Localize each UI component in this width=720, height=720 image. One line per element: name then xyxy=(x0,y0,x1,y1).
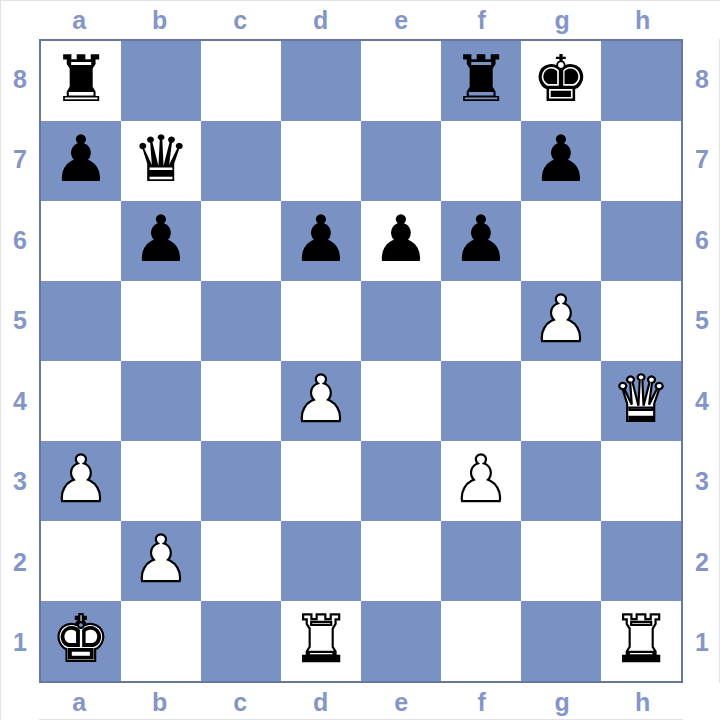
black-pawn: ♟ xyxy=(52,127,109,191)
file-label: c xyxy=(200,8,281,33)
white-pawn: ♟ xyxy=(132,527,189,591)
file-label: g xyxy=(522,690,603,715)
black-rook: ♜ xyxy=(452,47,509,111)
black-pawn: ♟ xyxy=(452,207,509,271)
square-b8[interactable] xyxy=(121,41,201,121)
square-e1[interactable] xyxy=(361,601,441,681)
corner-bottom-left xyxy=(1,683,39,720)
rank-label: 7 xyxy=(695,147,709,172)
file-label: h xyxy=(603,690,684,715)
file-label: e xyxy=(361,8,442,33)
square-d2[interactable] xyxy=(281,521,361,601)
file-label: g xyxy=(522,8,603,33)
square-g4[interactable] xyxy=(521,361,601,441)
square-b2[interactable]: ♟ xyxy=(121,521,201,601)
rank-labels-left: 87654321 xyxy=(1,39,39,683)
rank-label: 7 xyxy=(13,147,27,172)
file-labels-top: abcdefgh xyxy=(39,1,683,39)
square-e6[interactable]: ♟ xyxy=(361,201,441,281)
rank-label: 4 xyxy=(695,389,709,414)
rank-label: 8 xyxy=(695,67,709,92)
square-a1[interactable]: ♚ xyxy=(41,601,121,681)
rank-label: 3 xyxy=(13,469,27,494)
white-pawn: ♟ xyxy=(452,447,509,511)
black-queen: ♛ xyxy=(132,127,189,191)
square-f1[interactable] xyxy=(441,601,521,681)
corner-bottom-right xyxy=(683,683,720,720)
square-h5[interactable] xyxy=(601,281,681,361)
square-d5[interactable] xyxy=(281,281,361,361)
square-c3[interactable] xyxy=(201,441,281,521)
square-a2[interactable] xyxy=(41,521,121,601)
file-label: h xyxy=(603,8,684,33)
square-c5[interactable] xyxy=(201,281,281,361)
square-g3[interactable] xyxy=(521,441,601,521)
black-pawn: ♟ xyxy=(292,207,349,271)
square-d6[interactable]: ♟ xyxy=(281,201,361,281)
square-a6[interactable] xyxy=(41,201,121,281)
square-d4[interactable]: ♟ xyxy=(281,361,361,441)
square-f5[interactable] xyxy=(441,281,521,361)
square-f6[interactable]: ♟ xyxy=(441,201,521,281)
square-e3[interactable] xyxy=(361,441,441,521)
square-b1[interactable] xyxy=(121,601,201,681)
square-h2[interactable] xyxy=(601,521,681,601)
rank-labels-right: 87654321 xyxy=(683,39,720,683)
file-labels-bottom: abcdefgh xyxy=(39,683,683,720)
square-b3[interactable] xyxy=(121,441,201,521)
square-c1[interactable] xyxy=(201,601,281,681)
square-c4[interactable] xyxy=(201,361,281,441)
square-a5[interactable] xyxy=(41,281,121,361)
corner-top-left xyxy=(1,1,39,39)
square-e2[interactable] xyxy=(361,521,441,601)
square-a4[interactable] xyxy=(41,361,121,441)
square-d3[interactable] xyxy=(281,441,361,521)
file-label: f xyxy=(442,8,523,33)
file-label: b xyxy=(120,8,201,33)
chess-diagram: abcdefgh 87654321 ♜♜♚♟♛♟♟♟♟♟♟♟♛♟♟♟♚♜♜ 87… xyxy=(0,0,720,720)
square-d7[interactable] xyxy=(281,121,361,201)
square-h3[interactable] xyxy=(601,441,681,521)
black-king: ♚ xyxy=(532,47,589,111)
black-pawn: ♟ xyxy=(532,127,589,191)
square-c6[interactable] xyxy=(201,201,281,281)
square-h1[interactable]: ♜ xyxy=(601,601,681,681)
black-rook: ♜ xyxy=(52,47,109,111)
rank-label: 3 xyxy=(695,469,709,494)
file-label: c xyxy=(200,690,281,715)
square-a3[interactable]: ♟ xyxy=(41,441,121,521)
rank-label: 6 xyxy=(695,228,709,253)
square-h4[interactable]: ♛ xyxy=(601,361,681,441)
chess-board: ♜♜♚♟♛♟♟♟♟♟♟♟♛♟♟♟♚♜♜ xyxy=(39,39,683,683)
black-pawn: ♟ xyxy=(132,207,189,271)
file-label: a xyxy=(39,8,120,33)
file-label: d xyxy=(281,690,362,715)
file-label: a xyxy=(39,690,120,715)
white-rook: ♜ xyxy=(612,607,669,671)
square-f4[interactable] xyxy=(441,361,521,441)
white-queen: ♛ xyxy=(612,367,669,431)
square-h8[interactable] xyxy=(601,41,681,121)
rank-label: 2 xyxy=(13,550,27,575)
square-c8[interactable] xyxy=(201,41,281,121)
rank-label: 5 xyxy=(13,308,27,333)
square-g2[interactable] xyxy=(521,521,601,601)
white-pawn: ♟ xyxy=(292,367,349,431)
white-pawn: ♟ xyxy=(52,447,109,511)
white-king: ♚ xyxy=(52,607,109,671)
rank-label: 1 xyxy=(695,630,709,655)
square-g1[interactable] xyxy=(521,601,601,681)
file-label: f xyxy=(442,690,523,715)
square-g7[interactable]: ♟ xyxy=(521,121,601,201)
rank-label: 6 xyxy=(13,228,27,253)
rank-label: 5 xyxy=(695,308,709,333)
square-a7[interactable]: ♟ xyxy=(41,121,121,201)
file-label: b xyxy=(120,690,201,715)
square-d8[interactable] xyxy=(281,41,361,121)
file-label: d xyxy=(281,8,362,33)
black-pawn: ♟ xyxy=(372,207,429,271)
white-rook: ♜ xyxy=(292,607,349,671)
square-h7[interactable] xyxy=(601,121,681,201)
file-label: e xyxy=(361,690,442,715)
square-c2[interactable] xyxy=(201,521,281,601)
square-g5[interactable]: ♟ xyxy=(521,281,601,361)
white-pawn: ♟ xyxy=(532,287,589,351)
square-g8[interactable]: ♚ xyxy=(521,41,601,121)
square-c7[interactable] xyxy=(201,121,281,201)
square-f8[interactable]: ♜ xyxy=(441,41,521,121)
square-h6[interactable] xyxy=(601,201,681,281)
square-f2[interactable] xyxy=(441,521,521,601)
square-e5[interactable] xyxy=(361,281,441,361)
rank-label: 8 xyxy=(13,67,27,92)
square-b7[interactable]: ♛ xyxy=(121,121,201,201)
square-b5[interactable] xyxy=(121,281,201,361)
square-e7[interactable] xyxy=(361,121,441,201)
square-f3[interactable]: ♟ xyxy=(441,441,521,521)
square-b6[interactable]: ♟ xyxy=(121,201,201,281)
square-d1[interactable]: ♜ xyxy=(281,601,361,681)
square-e4[interactable] xyxy=(361,361,441,441)
square-a8[interactable]: ♜ xyxy=(41,41,121,121)
rank-label: 1 xyxy=(13,630,27,655)
square-b4[interactable] xyxy=(121,361,201,441)
square-g6[interactable] xyxy=(521,201,601,281)
rank-label: 2 xyxy=(695,550,709,575)
square-e8[interactable] xyxy=(361,41,441,121)
corner-top-right xyxy=(683,1,720,39)
square-f7[interactable] xyxy=(441,121,521,201)
rank-label: 4 xyxy=(13,389,27,414)
